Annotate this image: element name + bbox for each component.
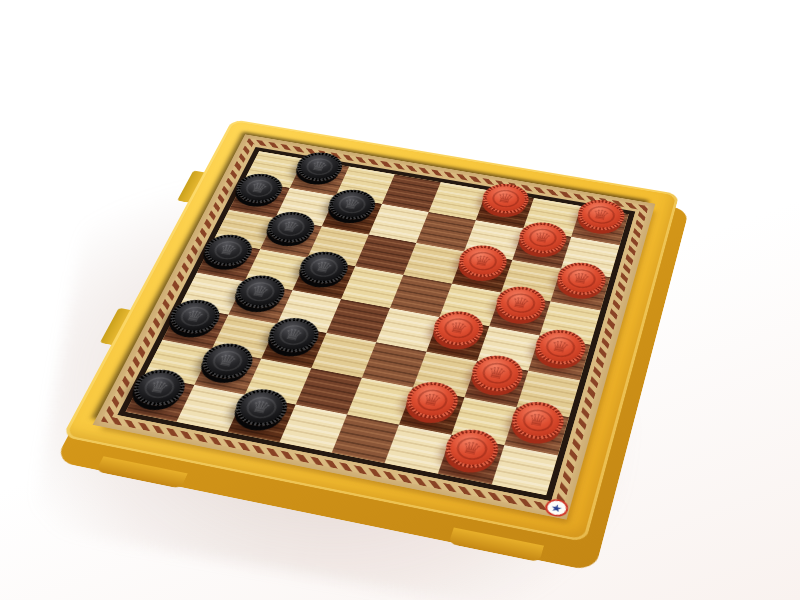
red-piece-r6c5[interactable] [401, 378, 463, 423]
red-piece-r3c6[interactable] [491, 283, 549, 323]
checkers-tray: ★ [62, 119, 679, 542]
black-piece-r6c1[interactable] [195, 339, 258, 382]
black-piece-r7c2[interactable] [229, 385, 293, 430]
red-piece-r7c6[interactable] [440, 425, 503, 472]
red-piece-r4c5[interactable] [428, 307, 487, 348]
red-piece-r1c6[interactable] [515, 219, 571, 257]
black-piece-r3c2[interactable] [294, 248, 353, 287]
black-piece-r2c1[interactable] [261, 208, 319, 245]
scene: ★ [78, 32, 718, 592]
red-piece-r5c6[interactable] [467, 351, 527, 394]
red-piece-r6c7[interactable] [507, 397, 568, 442]
